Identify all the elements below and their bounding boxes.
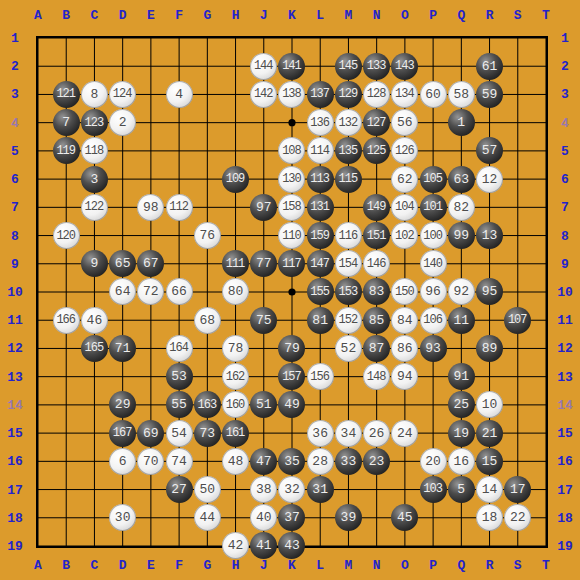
stone-J3: 142: [250, 81, 277, 108]
row-labels-left-9: 9: [11, 257, 19, 270]
row-labels-right-6: 6: [561, 173, 569, 186]
stone-J16: 47: [250, 448, 277, 475]
column-labels-top-M: M: [345, 9, 353, 22]
stone-N12: 87: [363, 335, 390, 362]
stone-Q14: 25: [448, 391, 475, 418]
stone-E16: 70: [137, 448, 164, 475]
stone-P11: 106: [420, 307, 447, 334]
stone-K13: 157: [278, 363, 305, 390]
stone-L16: 28: [307, 448, 334, 475]
stone-D12: 71: [109, 335, 136, 362]
stone-J17: 38: [250, 476, 277, 503]
stone-H9: 111: [222, 250, 249, 277]
stone-L13: 156: [307, 363, 334, 390]
column-labels-bottom-H: H: [232, 559, 240, 572]
stone-D16: 6: [109, 448, 136, 475]
column-labels-bottom-G: G: [203, 559, 211, 572]
column-labels-bottom-C: C: [91, 559, 99, 572]
stone-O11: 84: [391, 307, 418, 334]
column-labels-bottom-P: P: [429, 559, 437, 572]
stone-J19: 41: [250, 532, 277, 559]
stone-K6: 130: [278, 166, 305, 193]
stone-F14: 55: [166, 391, 193, 418]
stone-K16: 35: [278, 448, 305, 475]
stone-H12: 78: [222, 335, 249, 362]
stone-L11: 81: [307, 307, 334, 334]
stone-B4: 7: [53, 109, 80, 136]
stone-R2: 61: [476, 53, 503, 80]
stone-M2: 145: [335, 53, 362, 80]
stone-O5: 126: [391, 137, 418, 164]
stone-G14: 163: [194, 391, 221, 418]
stone-L6: 113: [307, 166, 334, 193]
stone-M11: 152: [335, 307, 362, 334]
stone-O6: 62: [391, 166, 418, 193]
stone-N13: 148: [363, 363, 390, 390]
stone-R8: 13: [476, 222, 503, 249]
row-labels-left-5: 5: [11, 144, 19, 157]
stone-L15: 36: [307, 420, 334, 447]
stone-P8: 100: [420, 222, 447, 249]
stone-R6: 12: [476, 166, 503, 193]
stone-D14: 29: [109, 391, 136, 418]
stone-R16: 15: [476, 448, 503, 475]
stone-Q13: 91: [448, 363, 475, 390]
stone-J14: 51: [250, 391, 277, 418]
stone-Q8: 99: [448, 222, 475, 249]
column-labels-bottom-A: A: [34, 559, 42, 572]
stone-O2: 143: [391, 53, 418, 80]
stone-K3: 138: [278, 81, 305, 108]
stone-O18: 45: [391, 504, 418, 531]
stone-F7: 112: [166, 194, 193, 221]
column-labels-top-F: F: [175, 9, 183, 22]
stone-L8: 159: [307, 222, 334, 249]
row-labels-left-6: 6: [11, 173, 19, 186]
stone-N4: 127: [363, 109, 390, 136]
stone-Q10: 92: [448, 278, 475, 305]
stone-P17: 103: [420, 476, 447, 503]
column-labels-top-Q: Q: [457, 9, 465, 22]
stone-N8: 151: [363, 222, 390, 249]
stone-E15: 69: [137, 420, 164, 447]
stone-N10: 83: [363, 278, 390, 305]
row-labels-left-7: 7: [11, 201, 19, 214]
stone-M18: 39: [335, 504, 362, 531]
stone-H16: 48: [222, 448, 249, 475]
stone-R14: 10: [476, 391, 503, 418]
stone-B8: 120: [53, 222, 80, 249]
stone-N5: 125: [363, 137, 390, 164]
column-labels-top-D: D: [119, 9, 127, 22]
stone-O4: 56: [391, 109, 418, 136]
row-labels-left-17: 17: [7, 483, 23, 496]
stone-R15: 21: [476, 420, 503, 447]
stone-F13: 53: [166, 363, 193, 390]
stone-P10: 96: [420, 278, 447, 305]
stone-M8: 116: [335, 222, 362, 249]
column-labels-top-O: O: [401, 9, 409, 22]
row-labels-left-18: 18: [7, 511, 23, 524]
stone-C12: 165: [81, 335, 108, 362]
column-labels-bottom-R: R: [486, 559, 494, 572]
stone-R18: 18: [476, 504, 503, 531]
stone-D3: 124: [109, 81, 136, 108]
stone-R5: 57: [476, 137, 503, 164]
stone-S11: 107: [504, 307, 531, 334]
stone-C3: 8: [81, 81, 108, 108]
stone-K2: 141: [278, 53, 305, 80]
row-labels-right-5: 5: [561, 144, 569, 157]
stone-K7: 158: [278, 194, 305, 221]
column-labels-bottom-O: O: [401, 559, 409, 572]
stone-H14: 160: [222, 391, 249, 418]
column-labels-top-S: S: [514, 9, 522, 22]
stone-K18: 37: [278, 504, 305, 531]
stone-K17: 32: [278, 476, 305, 503]
stone-F3: 4: [166, 81, 193, 108]
stone-C7: 122: [81, 194, 108, 221]
column-labels-bottom-N: N: [373, 559, 381, 572]
stone-K19: 43: [278, 532, 305, 559]
column-labels-bottom-L: L: [316, 559, 324, 572]
stone-O15: 24: [391, 420, 418, 447]
row-labels-right-8: 8: [561, 229, 569, 242]
stone-H13: 162: [222, 363, 249, 390]
stone-M9: 154: [335, 250, 362, 277]
stone-H19: 42: [222, 532, 249, 559]
stone-M4: 132: [335, 109, 362, 136]
stone-P16: 20: [420, 448, 447, 475]
stone-L5: 114: [307, 137, 334, 164]
stone-P3: 60: [420, 81, 447, 108]
stone-R12: 89: [476, 335, 503, 362]
column-labels-top-J: J: [260, 9, 268, 22]
stone-Q3: 58: [448, 81, 475, 108]
row-labels-left-12: 12: [7, 342, 23, 355]
row-labels-right-4: 4: [561, 116, 569, 129]
stone-Q17: 5: [448, 476, 475, 503]
stone-B3: 121: [53, 81, 80, 108]
column-labels-bottom-J: J: [260, 559, 268, 572]
stone-H10: 80: [222, 278, 249, 305]
stone-R17: 14: [476, 476, 503, 503]
stone-R10: 95: [476, 278, 503, 305]
stone-K12: 79: [278, 335, 305, 362]
stones-layer: 1234567891011121314151617181920212223242…: [24, 24, 560, 560]
stone-G15: 73: [194, 420, 221, 447]
stone-Q11: 11: [448, 307, 475, 334]
row-labels-left-4: 4: [11, 116, 19, 129]
stone-L10: 155: [307, 278, 334, 305]
column-labels-bottom-B: B: [62, 559, 70, 572]
stone-K9: 117: [278, 250, 305, 277]
row-labels-left-13: 13: [7, 370, 23, 383]
column-labels-top-K: K: [288, 9, 296, 22]
row-labels-left-3: 3: [11, 88, 19, 101]
stone-N3: 128: [363, 81, 390, 108]
row-labels-right-2: 2: [561, 60, 569, 73]
row-labels-left-1: 1: [11, 32, 19, 45]
column-labels-top-B: B: [62, 9, 70, 22]
stone-D10: 64: [109, 278, 136, 305]
stone-E10: 72: [137, 278, 164, 305]
stone-M12: 52: [335, 335, 362, 362]
column-labels-top-G: G: [203, 9, 211, 22]
stone-P12: 93: [420, 335, 447, 362]
column-labels-top-T: T: [542, 9, 550, 22]
stone-J7: 97: [250, 194, 277, 221]
column-labels-top-H: H: [232, 9, 240, 22]
column-labels-bottom-D: D: [119, 559, 127, 572]
stone-D9: 65: [109, 250, 136, 277]
column-labels-top-P: P: [429, 9, 437, 22]
row-labels-left-10: 10: [7, 286, 23, 299]
stone-M15: 34: [335, 420, 362, 447]
row-labels-left-14: 14: [7, 398, 23, 411]
stone-Q16: 16: [448, 448, 475, 475]
stone-N11: 85: [363, 307, 390, 334]
column-labels-top-R: R: [486, 9, 494, 22]
column-labels-bottom-M: M: [345, 559, 353, 572]
stone-D18: 30: [109, 504, 136, 531]
stone-K8: 110: [278, 222, 305, 249]
stone-F15: 54: [166, 420, 193, 447]
stone-F17: 27: [166, 476, 193, 503]
stone-B5: 119: [53, 137, 80, 164]
stone-E7: 98: [137, 194, 164, 221]
stone-F10: 66: [166, 278, 193, 305]
stone-K14: 49: [278, 391, 305, 418]
row-labels-left-19: 19: [7, 540, 23, 553]
stone-N9: 146: [363, 250, 390, 277]
stone-P7: 101: [420, 194, 447, 221]
stone-P9: 140: [420, 250, 447, 277]
stone-O10: 150: [391, 278, 418, 305]
stone-O13: 94: [391, 363, 418, 390]
stone-Q7: 82: [448, 194, 475, 221]
stone-M16: 33: [335, 448, 362, 475]
column-labels-bottom-K: K: [288, 559, 296, 572]
stone-O7: 104: [391, 194, 418, 221]
stone-F12: 164: [166, 335, 193, 362]
stone-M3: 129: [335, 81, 362, 108]
row-labels-left-15: 15: [7, 427, 23, 440]
stone-C4: 123: [81, 109, 108, 136]
column-labels-top-C: C: [91, 9, 99, 22]
stone-G8: 76: [194, 222, 221, 249]
row-labels-right-7: 7: [561, 201, 569, 214]
column-labels-top-A: A: [34, 9, 42, 22]
stone-D15: 167: [109, 420, 136, 447]
row-labels-left-2: 2: [11, 60, 19, 73]
column-labels-bottom-F: F: [175, 559, 183, 572]
row-labels-left-8: 8: [11, 229, 19, 242]
column-labels-top-L: L: [316, 9, 324, 22]
stone-L4: 136: [307, 109, 334, 136]
stone-L17: 31: [307, 476, 334, 503]
stone-L7: 131: [307, 194, 334, 221]
stone-C6: 3: [81, 166, 108, 193]
column-labels-top-N: N: [373, 9, 381, 22]
stone-B11: 166: [53, 307, 80, 334]
stone-O12: 86: [391, 335, 418, 362]
stone-N2: 133: [363, 53, 390, 80]
stone-J18: 40: [250, 504, 277, 531]
go-board[interactable]: ABCDEFGHJKLMNOPQRST ABCDEFGHJKLMNOPQRST …: [0, 0, 580, 580]
column-labels-bottom-Q: Q: [457, 559, 465, 572]
stone-N15: 26: [363, 420, 390, 447]
stone-C9: 9: [81, 250, 108, 277]
row-labels-right-3: 3: [561, 88, 569, 101]
stone-Q15: 19: [448, 420, 475, 447]
stone-M5: 135: [335, 137, 362, 164]
stone-R3: 59: [476, 81, 503, 108]
stone-L3: 137: [307, 81, 334, 108]
stone-C5: 118: [81, 137, 108, 164]
stone-G11: 68: [194, 307, 221, 334]
stone-E9: 67: [137, 250, 164, 277]
column-labels-bottom-S: S: [514, 559, 522, 572]
stone-P6: 105: [420, 166, 447, 193]
stone-S18: 22: [504, 504, 531, 531]
row-labels-right-9: 9: [561, 257, 569, 270]
stone-J11: 75: [250, 307, 277, 334]
row-labels-right-1: 1: [561, 32, 569, 45]
stone-L9: 147: [307, 250, 334, 277]
stone-G17: 50: [194, 476, 221, 503]
column-labels-bottom-E: E: [147, 559, 155, 572]
stone-N7: 149: [363, 194, 390, 221]
stone-G18: 44: [194, 504, 221, 531]
row-labels-left-11: 11: [7, 314, 23, 327]
stone-O8: 102: [391, 222, 418, 249]
column-labels-top-E: E: [147, 9, 155, 22]
stone-C11: 46: [81, 307, 108, 334]
stone-H6: 109: [222, 166, 249, 193]
stone-K5: 108: [278, 137, 305, 164]
stone-N16: 23: [363, 448, 390, 475]
row-labels-left-16: 16: [7, 455, 23, 468]
stone-O3: 134: [391, 81, 418, 108]
column-labels-bottom-T: T: [542, 559, 550, 572]
stone-J2: 144: [250, 53, 277, 80]
stone-M6: 115: [335, 166, 362, 193]
stone-Q6: 63: [448, 166, 475, 193]
stone-Q4: 1: [448, 109, 475, 136]
stone-M10: 153: [335, 278, 362, 305]
stone-H15: 161: [222, 420, 249, 447]
stone-D4: 2: [109, 109, 136, 136]
stone-F16: 74: [166, 448, 193, 475]
stone-J9: 77: [250, 250, 277, 277]
stone-S17: 17: [504, 476, 531, 503]
